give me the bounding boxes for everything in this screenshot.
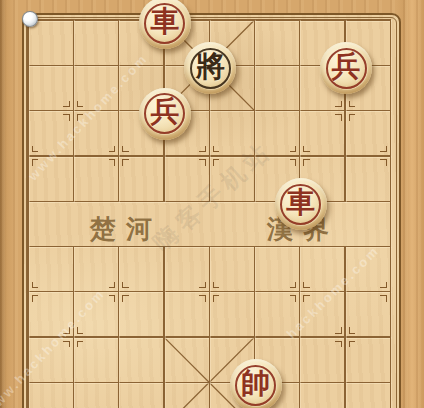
xiangqi-board[interactable]: 楚河 漢界 車將兵兵車帥 www.hackhome.comhackhome.co…	[0, 0, 424, 408]
piece-red-soldier-1[interactable]: 兵	[320, 42, 372, 94]
piece-glyph: 兵	[150, 97, 179, 126]
corner-pin-icon	[22, 11, 38, 27]
piece-glyph: 車	[150, 7, 179, 36]
piece-glyph: 將	[196, 52, 225, 81]
pieces-layer: 車將兵兵車帥	[0, 0, 424, 408]
piece-red-chariot-1[interactable]: 車	[139, 0, 191, 49]
piece-red-general[interactable]: 帥	[230, 359, 282, 408]
piece-glyph: 帥	[241, 369, 270, 398]
piece-glyph: 兵	[332, 52, 361, 81]
piece-red-chariot-2[interactable]: 車	[275, 178, 327, 230]
piece-black-general[interactable]: 將	[184, 42, 236, 94]
piece-red-soldier-2[interactable]: 兵	[139, 88, 191, 140]
piece-glyph: 車	[286, 188, 315, 217]
